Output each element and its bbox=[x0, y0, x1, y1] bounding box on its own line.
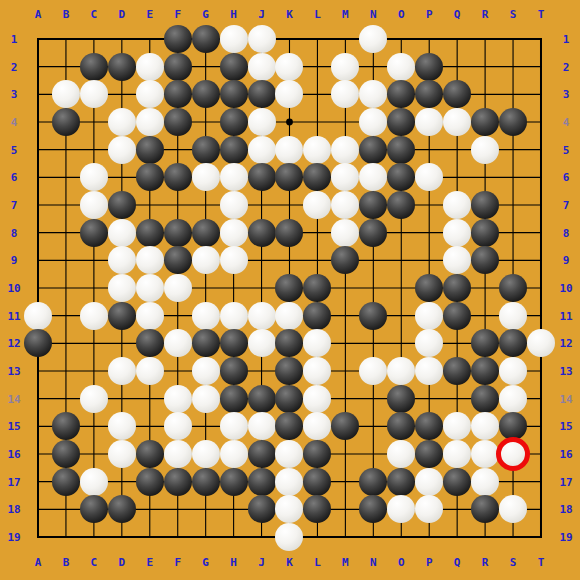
stone-black-D7[interactable] bbox=[108, 191, 136, 219]
stone-white-K3[interactable] bbox=[275, 80, 303, 108]
stone-black-R4[interactable] bbox=[471, 108, 499, 136]
stone-white-H8[interactable] bbox=[220, 219, 248, 247]
stone-white-S11[interactable] bbox=[499, 302, 527, 330]
stone-white-H15[interactable] bbox=[220, 412, 248, 440]
row-label-left-4: 4 bbox=[11, 117, 18, 128]
stone-white-P13[interactable] bbox=[415, 357, 443, 385]
stone-black-E8[interactable] bbox=[136, 219, 164, 247]
stone-black-R7[interactable] bbox=[471, 191, 499, 219]
col-label-top-S: S bbox=[510, 9, 517, 20]
stone-black-G5[interactable] bbox=[192, 136, 220, 164]
stone-white-P6[interactable] bbox=[415, 163, 443, 191]
stone-black-N11[interactable] bbox=[359, 302, 387, 330]
col-label-bottom-T: T bbox=[538, 557, 545, 568]
stone-black-G12[interactable] bbox=[192, 329, 220, 357]
stone-white-J15[interactable] bbox=[248, 412, 276, 440]
stone-white-Q9[interactable] bbox=[443, 246, 471, 274]
stone-white-C7[interactable] bbox=[80, 191, 108, 219]
col-label-top-H: H bbox=[230, 9, 237, 20]
stone-black-O15[interactable] bbox=[387, 412, 415, 440]
stone-white-M6[interactable] bbox=[331, 163, 359, 191]
stone-black-D2[interactable] bbox=[108, 53, 136, 81]
row-label-left-5: 5 bbox=[11, 144, 18, 155]
stone-black-M15[interactable] bbox=[331, 412, 359, 440]
stone-black-F4[interactable] bbox=[164, 108, 192, 136]
stone-white-B3[interactable] bbox=[52, 80, 80, 108]
stone-black-L10[interactable] bbox=[303, 274, 331, 302]
stone-white-Q8[interactable] bbox=[443, 219, 471, 247]
row-label-right-15: 15 bbox=[559, 421, 572, 432]
stone-black-Q3[interactable] bbox=[443, 80, 471, 108]
stone-white-H11[interactable] bbox=[220, 302, 248, 330]
stone-white-H7[interactable] bbox=[220, 191, 248, 219]
col-label-top-J: J bbox=[258, 9, 265, 20]
row-label-right-18: 18 bbox=[559, 504, 572, 515]
stone-black-K13[interactable] bbox=[275, 357, 303, 385]
row-label-right-13: 13 bbox=[559, 366, 572, 377]
row-label-left-8: 8 bbox=[11, 227, 18, 238]
row-label-right-6: 6 bbox=[563, 172, 570, 183]
row-label-left-13: 13 bbox=[7, 366, 20, 377]
stone-black-L18[interactable] bbox=[303, 495, 331, 523]
stone-black-H17[interactable] bbox=[220, 468, 248, 496]
stone-white-R15[interactable] bbox=[471, 412, 499, 440]
stone-white-S14[interactable] bbox=[499, 385, 527, 413]
stone-black-K6[interactable] bbox=[275, 163, 303, 191]
stone-black-L11[interactable] bbox=[303, 302, 331, 330]
col-label-top-C: C bbox=[91, 9, 98, 20]
stone-white-J1[interactable] bbox=[248, 25, 276, 53]
stone-white-K18[interactable] bbox=[275, 495, 303, 523]
stone-black-Q17[interactable] bbox=[443, 468, 471, 496]
stone-white-C11[interactable] bbox=[80, 302, 108, 330]
stone-white-D16[interactable] bbox=[108, 440, 136, 468]
stone-white-C6[interactable] bbox=[80, 163, 108, 191]
stone-white-L12[interactable] bbox=[303, 329, 331, 357]
stone-black-C2[interactable] bbox=[80, 53, 108, 81]
stone-white-E11[interactable] bbox=[136, 302, 164, 330]
stone-white-J2[interactable] bbox=[248, 53, 276, 81]
col-label-bottom-L: L bbox=[314, 557, 321, 568]
col-label-bottom-B: B bbox=[63, 557, 70, 568]
row-label-right-11: 11 bbox=[559, 310, 572, 321]
stone-black-O7[interactable] bbox=[387, 191, 415, 219]
stone-white-E13[interactable] bbox=[136, 357, 164, 385]
stone-white-D5[interactable] bbox=[108, 136, 136, 164]
stone-white-E4[interactable] bbox=[136, 108, 164, 136]
stone-white-N13[interactable] bbox=[359, 357, 387, 385]
stone-white-P17[interactable] bbox=[415, 468, 443, 496]
stone-black-O3[interactable] bbox=[387, 80, 415, 108]
stone-white-F16[interactable] bbox=[164, 440, 192, 468]
stone-white-G6[interactable] bbox=[192, 163, 220, 191]
row-label-left-16: 16 bbox=[7, 449, 20, 460]
row-label-right-1: 1 bbox=[563, 34, 570, 45]
stone-black-Q13[interactable] bbox=[443, 357, 471, 385]
stone-white-P12[interactable] bbox=[415, 329, 443, 357]
stone-black-N17[interactable] bbox=[359, 468, 387, 496]
stone-black-N7[interactable] bbox=[359, 191, 387, 219]
stone-black-J16[interactable] bbox=[248, 440, 276, 468]
row-label-right-14: 14 bbox=[559, 393, 572, 404]
stone-white-G16[interactable] bbox=[192, 440, 220, 468]
stone-black-G3[interactable] bbox=[192, 80, 220, 108]
stone-white-Q15[interactable] bbox=[443, 412, 471, 440]
row-label-right-5: 5 bbox=[563, 144, 570, 155]
stone-white-F15[interactable] bbox=[164, 412, 192, 440]
stone-black-D11[interactable] bbox=[108, 302, 136, 330]
stone-white-K19[interactable] bbox=[275, 523, 303, 551]
stone-black-O4[interactable] bbox=[387, 108, 415, 136]
col-label-top-E: E bbox=[146, 9, 153, 20]
stone-white-A11[interactable] bbox=[24, 302, 52, 330]
stone-black-P15[interactable] bbox=[415, 412, 443, 440]
col-label-bottom-D: D bbox=[119, 557, 126, 568]
stone-white-M2[interactable] bbox=[331, 53, 359, 81]
stone-white-J12[interactable] bbox=[248, 329, 276, 357]
row-label-left-17: 17 bbox=[7, 476, 20, 487]
stone-black-F17[interactable] bbox=[164, 468, 192, 496]
stone-black-B17[interactable] bbox=[52, 468, 80, 496]
stone-white-F12[interactable] bbox=[164, 329, 192, 357]
stone-black-K8[interactable] bbox=[275, 219, 303, 247]
stone-black-S4[interactable] bbox=[499, 108, 527, 136]
stone-black-L16[interactable] bbox=[303, 440, 331, 468]
row-label-left-7: 7 bbox=[11, 200, 18, 211]
col-label-top-T: T bbox=[538, 9, 545, 20]
stone-white-O18[interactable] bbox=[387, 495, 415, 523]
stone-white-L13[interactable] bbox=[303, 357, 331, 385]
col-label-bottom-J: J bbox=[258, 557, 265, 568]
last-move-marker bbox=[496, 437, 530, 471]
stone-black-F3[interactable] bbox=[164, 80, 192, 108]
stone-white-H16[interactable] bbox=[220, 440, 248, 468]
go-board[interactable]: AABBCCDDEEFFGGHHJJKKLLMMNNOOPPQQRRSSTT11… bbox=[0, 0, 580, 580]
stone-white-L14[interactable] bbox=[303, 385, 331, 413]
stone-white-J4[interactable] bbox=[248, 108, 276, 136]
stone-white-D13[interactable] bbox=[108, 357, 136, 385]
col-label-bottom-A: A bbox=[35, 557, 42, 568]
stone-black-E16[interactable] bbox=[136, 440, 164, 468]
stone-white-K5[interactable] bbox=[275, 136, 303, 164]
stone-black-G8[interactable] bbox=[192, 219, 220, 247]
stone-black-J14[interactable] bbox=[248, 385, 276, 413]
stone-white-J5[interactable] bbox=[248, 136, 276, 164]
stone-white-E2[interactable] bbox=[136, 53, 164, 81]
stone-white-Q7[interactable] bbox=[443, 191, 471, 219]
stone-white-L7[interactable] bbox=[303, 191, 331, 219]
stone-white-L15[interactable] bbox=[303, 412, 331, 440]
row-label-right-17: 17 bbox=[559, 476, 572, 487]
col-label-bottom-S: S bbox=[510, 557, 517, 568]
stone-black-Q11[interactable] bbox=[443, 302, 471, 330]
stone-black-K15[interactable] bbox=[275, 412, 303, 440]
col-label-top-P: P bbox=[426, 9, 433, 20]
stone-black-J18[interactable] bbox=[248, 495, 276, 523]
stone-white-Q16[interactable] bbox=[443, 440, 471, 468]
stone-white-O2[interactable] bbox=[387, 53, 415, 81]
row-label-left-14: 14 bbox=[7, 393, 20, 404]
stone-black-P3[interactable] bbox=[415, 80, 443, 108]
stone-black-N8[interactable] bbox=[359, 219, 387, 247]
stone-black-R14[interactable] bbox=[471, 385, 499, 413]
stone-white-K11[interactable] bbox=[275, 302, 303, 330]
stone-white-M8[interactable] bbox=[331, 219, 359, 247]
stone-black-R9[interactable] bbox=[471, 246, 499, 274]
stone-black-R13[interactable] bbox=[471, 357, 499, 385]
stone-white-H6[interactable] bbox=[220, 163, 248, 191]
col-label-bottom-P: P bbox=[426, 557, 433, 568]
stone-white-D10[interactable] bbox=[108, 274, 136, 302]
stone-black-H14[interactable] bbox=[220, 385, 248, 413]
stone-white-S18[interactable] bbox=[499, 495, 527, 523]
stone-black-H2[interactable] bbox=[220, 53, 248, 81]
stone-white-R5[interactable] bbox=[471, 136, 499, 164]
col-label-top-K: K bbox=[286, 9, 293, 20]
star-point-K4 bbox=[286, 119, 293, 126]
stone-black-K12[interactable] bbox=[275, 329, 303, 357]
col-label-top-L: L bbox=[314, 9, 321, 20]
stone-black-O6[interactable] bbox=[387, 163, 415, 191]
row-label-left-19: 19 bbox=[7, 532, 20, 543]
stone-white-Q4[interactable] bbox=[443, 108, 471, 136]
col-label-top-R: R bbox=[482, 9, 489, 20]
col-label-top-A: A bbox=[35, 9, 42, 20]
row-label-right-8: 8 bbox=[563, 227, 570, 238]
stone-white-N6[interactable] bbox=[359, 163, 387, 191]
stone-black-L6[interactable] bbox=[303, 163, 331, 191]
stone-white-D9[interactable] bbox=[108, 246, 136, 274]
stone-black-S12[interactable] bbox=[499, 329, 527, 357]
row-label-left-9: 9 bbox=[11, 255, 18, 266]
stone-white-D8[interactable] bbox=[108, 219, 136, 247]
stone-black-O17[interactable] bbox=[387, 468, 415, 496]
col-label-bottom-K: K bbox=[286, 557, 293, 568]
stone-white-F14[interactable] bbox=[164, 385, 192, 413]
col-label-bottom-O: O bbox=[398, 557, 405, 568]
stone-white-S13[interactable] bbox=[499, 357, 527, 385]
stone-black-G1[interactable] bbox=[192, 25, 220, 53]
stone-black-H13[interactable] bbox=[220, 357, 248, 385]
stone-white-R17[interactable] bbox=[471, 468, 499, 496]
stone-black-N18[interactable] bbox=[359, 495, 387, 523]
stone-black-H12[interactable] bbox=[220, 329, 248, 357]
col-label-top-G: G bbox=[202, 9, 209, 20]
col-label-bottom-N: N bbox=[370, 557, 377, 568]
stone-white-N1[interactable] bbox=[359, 25, 387, 53]
col-label-bottom-C: C bbox=[91, 557, 98, 568]
col-label-top-M: M bbox=[342, 9, 349, 20]
stone-white-H9[interactable] bbox=[220, 246, 248, 274]
stone-black-B4[interactable] bbox=[52, 108, 80, 136]
row-label-left-10: 10 bbox=[7, 283, 20, 294]
stone-black-J17[interactable] bbox=[248, 468, 276, 496]
stone-black-K14[interactable] bbox=[275, 385, 303, 413]
row-label-left-3: 3 bbox=[11, 89, 18, 100]
stone-white-N3[interactable] bbox=[359, 80, 387, 108]
stone-white-K16[interactable] bbox=[275, 440, 303, 468]
stone-white-K17[interactable] bbox=[275, 468, 303, 496]
stone-white-P4[interactable] bbox=[415, 108, 443, 136]
stone-white-M5[interactable] bbox=[331, 136, 359, 164]
row-label-right-19: 19 bbox=[559, 532, 572, 543]
col-label-bottom-M: M bbox=[342, 557, 349, 568]
stone-white-J11[interactable] bbox=[248, 302, 276, 330]
stone-black-P2[interactable] bbox=[415, 53, 443, 81]
col-label-bottom-R: R bbox=[482, 557, 489, 568]
stone-black-H3[interactable] bbox=[220, 80, 248, 108]
col-label-top-D: D bbox=[119, 9, 126, 20]
stone-white-L5[interactable] bbox=[303, 136, 331, 164]
stone-black-Q10[interactable] bbox=[443, 274, 471, 302]
stone-black-F8[interactable] bbox=[164, 219, 192, 247]
stone-black-O5[interactable] bbox=[387, 136, 415, 164]
stone-white-G14[interactable] bbox=[192, 385, 220, 413]
stone-white-E9[interactable] bbox=[136, 246, 164, 274]
stone-black-B15[interactable] bbox=[52, 412, 80, 440]
row-label-right-2: 2 bbox=[563, 61, 570, 72]
col-label-bottom-G: G bbox=[202, 557, 209, 568]
col-label-bottom-E: E bbox=[146, 557, 153, 568]
stone-white-K2[interactable] bbox=[275, 53, 303, 81]
stone-black-C18[interactable] bbox=[80, 495, 108, 523]
stone-black-E5[interactable] bbox=[136, 136, 164, 164]
stone-black-B16[interactable] bbox=[52, 440, 80, 468]
stone-black-R8[interactable] bbox=[471, 219, 499, 247]
stone-white-G13[interactable] bbox=[192, 357, 220, 385]
row-label-right-10: 10 bbox=[559, 283, 572, 294]
stone-white-C17[interactable] bbox=[80, 468, 108, 496]
col-label-bottom-Q: Q bbox=[454, 557, 461, 568]
stone-black-E6[interactable] bbox=[136, 163, 164, 191]
row-label-right-7: 7 bbox=[563, 200, 570, 211]
stone-black-H4[interactable] bbox=[220, 108, 248, 136]
stone-black-N5[interactable] bbox=[359, 136, 387, 164]
row-label-left-12: 12 bbox=[7, 338, 20, 349]
row-label-left-6: 6 bbox=[11, 172, 18, 183]
col-label-top-N: N bbox=[370, 9, 377, 20]
stone-white-T12[interactable] bbox=[527, 329, 555, 357]
stone-black-M9[interactable] bbox=[331, 246, 359, 274]
stone-white-D15[interactable] bbox=[108, 412, 136, 440]
stone-white-H1[interactable] bbox=[220, 25, 248, 53]
row-label-right-9: 9 bbox=[563, 255, 570, 266]
stone-white-D4[interactable] bbox=[108, 108, 136, 136]
stone-black-R12[interactable] bbox=[471, 329, 499, 357]
row-label-right-16: 16 bbox=[559, 449, 572, 460]
stone-white-G11[interactable] bbox=[192, 302, 220, 330]
stone-black-R18[interactable] bbox=[471, 495, 499, 523]
stone-black-F2[interactable] bbox=[164, 53, 192, 81]
col-label-top-O: O bbox=[398, 9, 405, 20]
stone-white-M7[interactable] bbox=[331, 191, 359, 219]
stone-black-E12[interactable] bbox=[136, 329, 164, 357]
stone-black-F6[interactable] bbox=[164, 163, 192, 191]
stone-black-P16[interactable] bbox=[415, 440, 443, 468]
stone-black-K10[interactable] bbox=[275, 274, 303, 302]
stone-white-G9[interactable] bbox=[192, 246, 220, 274]
stone-white-R16[interactable] bbox=[471, 440, 499, 468]
col-label-top-F: F bbox=[174, 9, 181, 20]
row-label-left-11: 11 bbox=[7, 310, 20, 321]
stone-white-C3[interactable] bbox=[80, 80, 108, 108]
stone-black-P10[interactable] bbox=[415, 274, 443, 302]
stone-black-F9[interactable] bbox=[164, 246, 192, 274]
stone-black-C8[interactable] bbox=[80, 219, 108, 247]
stone-black-H5[interactable] bbox=[220, 136, 248, 164]
stone-white-M3[interactable] bbox=[331, 80, 359, 108]
stone-black-J3[interactable] bbox=[248, 80, 276, 108]
row-label-left-1: 1 bbox=[11, 34, 18, 45]
stone-black-S10[interactable] bbox=[499, 274, 527, 302]
row-label-left-15: 15 bbox=[7, 421, 20, 432]
row-label-right-12: 12 bbox=[559, 338, 572, 349]
row-label-right-3: 3 bbox=[563, 89, 570, 100]
stone-white-F10[interactable] bbox=[164, 274, 192, 302]
col-label-bottom-H: H bbox=[230, 557, 237, 568]
stone-black-E17[interactable] bbox=[136, 468, 164, 496]
col-label-top-B: B bbox=[63, 9, 70, 20]
row-label-right-4: 4 bbox=[563, 117, 570, 128]
stone-black-J6[interactable] bbox=[248, 163, 276, 191]
stone-white-O13[interactable] bbox=[387, 357, 415, 385]
stone-black-G17[interactable] bbox=[192, 468, 220, 496]
stone-white-O16[interactable] bbox=[387, 440, 415, 468]
stone-white-E10[interactable] bbox=[136, 274, 164, 302]
stone-black-D18[interactable] bbox=[108, 495, 136, 523]
stone-white-P18[interactable] bbox=[415, 495, 443, 523]
stone-black-L17[interactable] bbox=[303, 468, 331, 496]
col-label-bottom-F: F bbox=[174, 557, 181, 568]
stone-black-J8[interactable] bbox=[248, 219, 276, 247]
col-label-top-Q: Q bbox=[454, 9, 461, 20]
stone-black-O14[interactable] bbox=[387, 385, 415, 413]
stone-black-A12[interactable] bbox=[24, 329, 52, 357]
stone-white-E3[interactable] bbox=[136, 80, 164, 108]
row-label-left-18: 18 bbox=[7, 504, 20, 515]
stone-black-F1[interactable] bbox=[164, 25, 192, 53]
stone-white-C14[interactable] bbox=[80, 385, 108, 413]
row-label-left-2: 2 bbox=[11, 61, 18, 72]
stone-white-N4[interactable] bbox=[359, 108, 387, 136]
stone-white-P11[interactable] bbox=[415, 302, 443, 330]
